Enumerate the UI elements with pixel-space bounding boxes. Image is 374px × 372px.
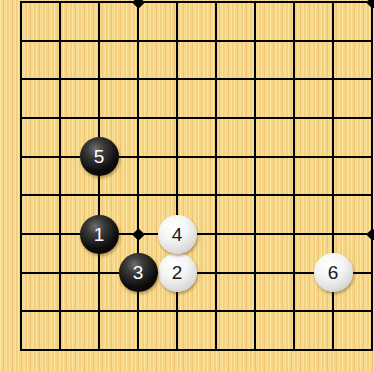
grid-line-vertical (59, 1, 61, 351)
stone-black-move-3: 3 (119, 253, 158, 292)
grid-line-vertical (176, 1, 178, 351)
grid-line-horizontal (20, 194, 373, 196)
grid-line-horizontal (20, 117, 373, 119)
grid-line-vertical (20, 1, 22, 351)
stone-white-move-2: 2 (158, 253, 197, 292)
stone-move-number: 4 (172, 225, 183, 244)
go-board-diagram: 123456 (0, 0, 374, 372)
grid-line-horizontal (20, 310, 373, 312)
star-point (366, 228, 374, 241)
stone-move-number: 1 (94, 225, 105, 244)
stone-move-number: 5 (94, 147, 105, 166)
grid-line-vertical (215, 1, 217, 351)
grid-line-horizontal (20, 349, 373, 351)
stone-black-move-5: 5 (80, 137, 119, 176)
grid-line-vertical (254, 1, 256, 351)
grid-line-horizontal (20, 233, 373, 235)
stone-white-move-6: 6 (314, 253, 353, 292)
stone-black-move-1: 1 (80, 215, 119, 254)
grid-line-vertical (293, 1, 295, 351)
grid-line-vertical (137, 1, 139, 351)
star-point (366, 0, 374, 8)
grid-line-horizontal (20, 156, 373, 158)
stone-move-number: 3 (133, 263, 144, 282)
grid-line-horizontal (20, 1, 373, 3)
grid-line-horizontal (20, 40, 373, 42)
stone-move-number: 6 (328, 263, 339, 282)
grid-line-vertical (371, 1, 373, 351)
grid-line-horizontal (20, 78, 373, 80)
go-board: 123456 (0, 0, 374, 372)
star-point (132, 228, 145, 241)
stone-move-number: 2 (172, 263, 183, 282)
grid-line-vertical (332, 1, 334, 351)
stone-white-move-4: 4 (158, 215, 197, 254)
star-point (132, 0, 145, 8)
